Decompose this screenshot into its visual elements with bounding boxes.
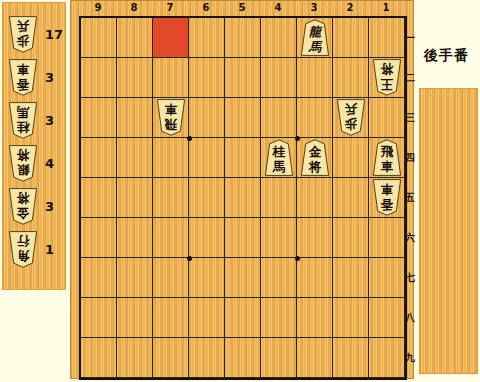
hand-row-lance: 香車3	[8, 58, 54, 96]
file-label-1: 1	[368, 1, 404, 15]
square-28[interactable]	[333, 298, 369, 338]
square-54[interactable]	[225, 138, 261, 178]
square-93[interactable]	[81, 98, 117, 138]
square-13[interactable]	[369, 98, 405, 138]
square-98[interactable]	[81, 298, 117, 338]
file-label-6: 6	[188, 1, 224, 15]
square-61[interactable]	[189, 18, 225, 58]
board-grid: 龍馬王将飛車歩兵桂馬金将飛車香車	[79, 16, 407, 380]
square-57[interactable]	[225, 258, 261, 298]
hand-count-gold: 3	[45, 199, 54, 214]
hand-row-gold: 金将3	[8, 187, 54, 225]
square-63[interactable]	[189, 98, 225, 138]
svg-text:兵: 兵	[16, 18, 30, 33]
file-label-8: 8	[116, 1, 152, 15]
square-56[interactable]	[225, 218, 261, 258]
piece-gote-bishop[interactable]: 角行	[8, 231, 38, 268]
svg-text:王: 王	[380, 77, 393, 92]
gote-hand-tray: 歩兵17香車3桂馬3銀将4金将3角行1	[2, 2, 66, 290]
hand-count-silver: 4	[45, 156, 54, 171]
shogi-board: 987654321 一二三四五六七八九 龍馬王将飛車歩兵桂馬金将飛車香車	[70, 0, 414, 379]
svg-text:行: 行	[17, 233, 31, 248]
square-77[interactable]	[153, 258, 189, 298]
piece-sente-promoted-bishop[interactable]: 龍馬	[300, 19, 330, 56]
piece-gote-rook[interactable]: 飛車	[156, 99, 186, 136]
square-24[interactable]	[333, 138, 369, 178]
piece-gote-pawn[interactable]: 歩兵	[336, 99, 366, 136]
square-62[interactable]	[189, 58, 225, 98]
file-label-2: 2	[332, 1, 368, 15]
hand-count-bishop: 1	[45, 242, 54, 257]
svg-text:桂: 桂	[16, 119, 30, 134]
star-point	[187, 136, 192, 141]
square-19[interactable]	[369, 338, 405, 378]
piece-gote-gold[interactable]: 金将	[8, 188, 38, 225]
svg-text:金: 金	[16, 205, 30, 220]
svg-text:馬: 馬	[308, 39, 323, 54]
hand-row-bishop: 角行1	[8, 230, 54, 268]
square-18[interactable]	[369, 298, 405, 338]
square-81[interactable]	[117, 18, 153, 58]
square-38[interactable]	[297, 298, 333, 338]
piece-sente-knight[interactable]: 桂馬	[264, 139, 294, 176]
square-25[interactable]	[333, 178, 369, 218]
svg-text:金: 金	[308, 144, 322, 159]
hand-row-silver: 銀将4	[8, 144, 54, 182]
square-64[interactable]	[189, 138, 225, 178]
square-55[interactable]	[225, 178, 261, 218]
square-78[interactable]	[153, 298, 189, 338]
square-48[interactable]	[261, 298, 297, 338]
piece-gote-king[interactable]: 王将	[372, 59, 402, 96]
star-point	[295, 136, 300, 141]
square-43[interactable]	[261, 98, 297, 138]
square-86[interactable]	[117, 218, 153, 258]
square-17[interactable]	[369, 258, 405, 298]
star-point	[295, 256, 300, 261]
square-41[interactable]	[261, 18, 297, 58]
sente-hand-tray	[419, 88, 478, 374]
svg-text:飛: 飛	[380, 144, 394, 159]
file-labels: 987654321	[80, 1, 404, 15]
piece-sente-gold[interactable]: 金将	[300, 139, 330, 176]
square-22[interactable]	[333, 58, 369, 98]
svg-text:銀: 銀	[16, 162, 30, 177]
svg-text:香: 香	[380, 197, 394, 212]
svg-text:馬: 馬	[272, 159, 286, 174]
square-66[interactable]	[189, 218, 225, 258]
hand-count-pawn: 17	[45, 27, 63, 42]
square-92[interactable]	[81, 58, 117, 98]
square-68[interactable]	[189, 298, 225, 338]
hand-count-lance: 3	[45, 70, 54, 85]
svg-text:車: 車	[164, 102, 177, 117]
square-65[interactable]	[189, 178, 225, 218]
svg-text:歩: 歩	[344, 117, 358, 132]
square-16[interactable]	[369, 218, 405, 258]
square-97[interactable]	[81, 258, 117, 298]
file-label-3: 3	[296, 1, 332, 15]
svg-text:将: 将	[16, 190, 30, 205]
square-76[interactable]	[153, 218, 189, 258]
square-79[interactable]	[153, 338, 189, 378]
svg-text:車: 車	[16, 61, 29, 76]
square-46[interactable]	[261, 218, 297, 258]
square-11[interactable]	[369, 18, 405, 58]
square-69[interactable]	[189, 338, 225, 378]
square-67[interactable]	[189, 258, 225, 298]
svg-text:将: 将	[380, 62, 394, 77]
file-label-9: 9	[80, 1, 116, 15]
square-47[interactable]	[261, 258, 297, 298]
svg-text:龍: 龍	[309, 24, 323, 39]
square-88[interactable]	[117, 298, 153, 338]
square-26[interactable]	[333, 218, 369, 258]
square-33[interactable]	[297, 98, 333, 138]
square-32[interactable]	[297, 58, 333, 98]
square-36[interactable]	[297, 218, 333, 258]
svg-text:角: 角	[17, 248, 31, 263]
svg-text:桂: 桂	[272, 144, 286, 159]
square-49[interactable]	[261, 338, 297, 378]
file-label-7: 7	[152, 1, 188, 15]
svg-text:香: 香	[16, 76, 30, 91]
square-21[interactable]	[333, 18, 369, 58]
turn-indicator: 後手番	[424, 47, 469, 65]
svg-text:馬: 馬	[16, 104, 30, 119]
piece-gote-lance[interactable]: 香車	[372, 179, 402, 216]
square-37[interactable]	[297, 258, 333, 298]
file-label-4: 4	[260, 1, 296, 15]
hand-row-knight: 桂馬3	[8, 101, 54, 139]
svg-text:歩: 歩	[16, 33, 30, 48]
piece-gote-silver[interactable]: 銀将	[8, 145, 38, 182]
svg-text:将: 将	[308, 159, 322, 174]
square-59[interactable]	[225, 338, 261, 378]
square-75[interactable]	[153, 178, 189, 218]
square-72[interactable]	[153, 58, 189, 98]
square-95[interactable]	[81, 178, 117, 218]
hand-count-knight: 3	[45, 113, 54, 128]
square-96[interactable]	[81, 218, 117, 258]
svg-text:兵: 兵	[344, 102, 358, 117]
square-85[interactable]	[117, 178, 153, 218]
square-83[interactable]	[117, 98, 153, 138]
square-91[interactable]	[81, 18, 117, 58]
svg-text:車: 車	[380, 182, 393, 197]
svg-text:車: 車	[381, 159, 394, 174]
square-99[interactable]	[81, 338, 117, 378]
piece-gote-lance[interactable]: 香車	[8, 59, 38, 96]
square-39[interactable]	[297, 338, 333, 378]
square-53[interactable]	[225, 98, 261, 138]
square-29[interactable]	[333, 338, 369, 378]
hand-row-pawn: 歩兵17	[8, 15, 63, 53]
square-45[interactable]	[261, 178, 297, 218]
square-52[interactable]	[225, 58, 261, 98]
square-42[interactable]	[261, 58, 297, 98]
square-82[interactable]	[117, 58, 153, 98]
square-51[interactable]	[225, 18, 261, 58]
square-27[interactable]	[333, 258, 369, 298]
piece-sente-rook[interactable]: 飛車	[372, 139, 402, 176]
piece-gote-knight[interactable]: 桂馬	[8, 102, 38, 139]
square-71[interactable]	[153, 18, 189, 58]
square-87[interactable]	[117, 258, 153, 298]
file-label-5: 5	[224, 1, 260, 15]
square-94[interactable]	[81, 138, 117, 178]
piece-gote-pawn[interactable]: 歩兵	[8, 16, 38, 53]
square-35[interactable]	[297, 178, 333, 218]
square-58[interactable]	[225, 298, 261, 338]
star-point	[187, 256, 192, 261]
square-84[interactable]	[117, 138, 153, 178]
square-89[interactable]	[117, 338, 153, 378]
svg-text:将: 将	[16, 147, 30, 162]
svg-text:飛: 飛	[164, 117, 178, 132]
square-74[interactable]	[153, 138, 189, 178]
